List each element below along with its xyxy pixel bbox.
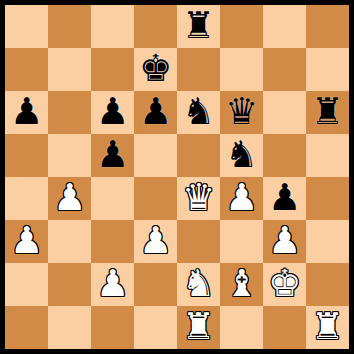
square-a1[interactable] [5,306,48,349]
square-e2[interactable]: ♞ [177,263,220,306]
square-d7[interactable]: ♚ [134,48,177,91]
square-f3[interactable] [220,220,263,263]
piece-white-pawn[interactable]: ♟ [10,222,43,259]
square-g6[interactable] [263,91,306,134]
square-f5[interactable]: ♞ [220,134,263,177]
square-a5[interactable] [5,134,48,177]
square-d6[interactable]: ♟ [134,91,177,134]
piece-white-bishop[interactable]: ♝ [225,265,258,302]
square-d2[interactable] [134,263,177,306]
square-e1[interactable]: ♜ [177,306,220,349]
square-d1[interactable] [134,306,177,349]
square-c7[interactable] [91,48,134,91]
chess-board: ♜♚♟♟♟♞♛♜♟♞♟♛♟♟♟♟♟♟♞♝♚♜♜ [5,5,349,349]
square-g1[interactable] [263,306,306,349]
square-b5[interactable] [48,134,91,177]
piece-white-pawn[interactable]: ♟ [139,222,172,259]
square-d5[interactable] [134,134,177,177]
piece-white-pawn[interactable]: ♟ [225,179,258,216]
piece-black-rook[interactable]: ♜ [311,93,344,130]
square-h7[interactable] [306,48,349,91]
square-b2[interactable] [48,263,91,306]
piece-black-pawn[interactable]: ♟ [96,136,129,173]
square-c4[interactable] [91,177,134,220]
square-f8[interactable] [220,5,263,48]
piece-black-pawn[interactable]: ♟ [139,93,172,130]
square-a7[interactable] [5,48,48,91]
piece-white-pawn[interactable]: ♟ [96,265,129,302]
piece-black-knight[interactable]: ♞ [225,136,258,173]
square-a6[interactable]: ♟ [5,91,48,134]
square-d3[interactable]: ♟ [134,220,177,263]
piece-black-king[interactable]: ♚ [139,50,172,87]
square-e4[interactable]: ♛ [177,177,220,220]
piece-white-rook[interactable]: ♜ [182,308,215,345]
chess-board-frame: ♜♚♟♟♟♞♛♜♟♞♟♛♟♟♟♟♟♟♞♝♚♜♜ [0,0,354,354]
square-c3[interactable] [91,220,134,263]
square-c6[interactable]: ♟ [91,91,134,134]
square-g7[interactable] [263,48,306,91]
piece-white-king[interactable]: ♚ [268,265,301,302]
square-f7[interactable] [220,48,263,91]
piece-black-queen[interactable]: ♛ [225,93,258,130]
piece-white-knight[interactable]: ♞ [182,265,215,302]
square-b7[interactable] [48,48,91,91]
square-h6[interactable]: ♜ [306,91,349,134]
square-c2[interactable]: ♟ [91,263,134,306]
square-a3[interactable]: ♟ [5,220,48,263]
square-f4[interactable]: ♟ [220,177,263,220]
piece-white-queen[interactable]: ♛ [182,179,215,216]
piece-white-pawn[interactable]: ♟ [53,179,86,216]
square-h5[interactable] [306,134,349,177]
square-c1[interactable] [91,306,134,349]
square-h1[interactable]: ♜ [306,306,349,349]
square-b8[interactable] [48,5,91,48]
square-a4[interactable] [5,177,48,220]
square-b1[interactable] [48,306,91,349]
square-a2[interactable] [5,263,48,306]
square-d4[interactable] [134,177,177,220]
square-c5[interactable]: ♟ [91,134,134,177]
square-e7[interactable] [177,48,220,91]
square-e8[interactable]: ♜ [177,5,220,48]
piece-white-rook[interactable]: ♜ [311,308,344,345]
square-b6[interactable] [48,91,91,134]
square-g8[interactable] [263,5,306,48]
square-f2[interactable]: ♝ [220,263,263,306]
square-f6[interactable]: ♛ [220,91,263,134]
square-a8[interactable] [5,5,48,48]
piece-white-pawn[interactable]: ♟ [268,222,301,259]
square-g2[interactable]: ♚ [263,263,306,306]
square-b3[interactable] [48,220,91,263]
piece-black-rook[interactable]: ♜ [182,7,215,44]
square-g3[interactable]: ♟ [263,220,306,263]
piece-black-pawn[interactable]: ♟ [96,93,129,130]
square-f1[interactable] [220,306,263,349]
piece-black-pawn[interactable]: ♟ [268,179,301,216]
square-h8[interactable] [306,5,349,48]
square-d8[interactable] [134,5,177,48]
square-h2[interactable] [306,263,349,306]
square-h4[interactable] [306,177,349,220]
square-b4[interactable]: ♟ [48,177,91,220]
square-e5[interactable] [177,134,220,177]
square-c8[interactable] [91,5,134,48]
square-g5[interactable] [263,134,306,177]
piece-black-knight[interactable]: ♞ [182,93,215,130]
piece-black-pawn[interactable]: ♟ [10,93,43,130]
square-e3[interactable] [177,220,220,263]
square-e6[interactable]: ♞ [177,91,220,134]
square-h3[interactable] [306,220,349,263]
square-g4[interactable]: ♟ [263,177,306,220]
